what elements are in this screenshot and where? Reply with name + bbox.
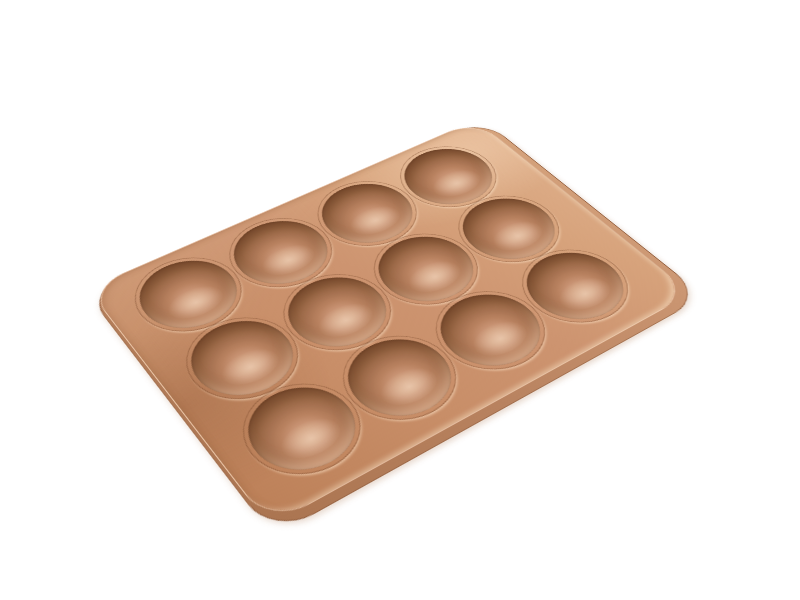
product-photo-canvas xyxy=(0,0,800,600)
